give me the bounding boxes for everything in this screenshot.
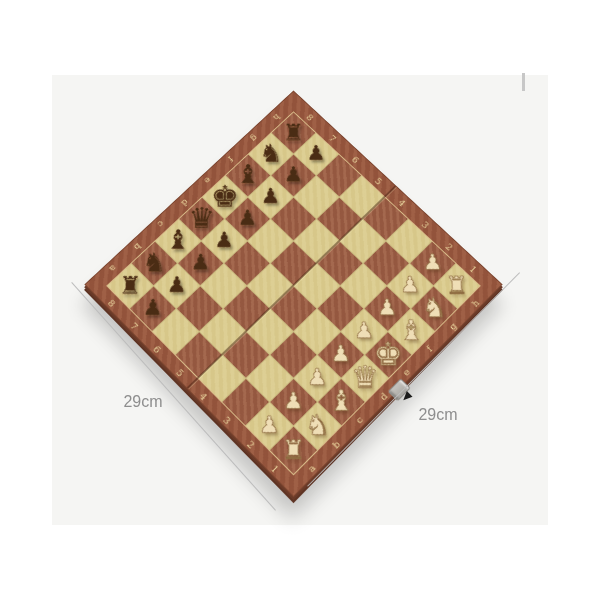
photo-artifact-tick bbox=[522, 73, 525, 91]
dimension-label-left: 29cm bbox=[112, 393, 174, 411]
dimension-label-right: 29cm bbox=[407, 406, 469, 424]
white-rook-a1[interactable]: ♜ bbox=[277, 433, 310, 466]
black-pawn-a7[interactable]: ♟ bbox=[136, 292, 169, 323]
chess-set-product-photo: 87654321 87654321 hgfedcba hgfedcba ♜♟♟♜… bbox=[0, 0, 600, 600]
